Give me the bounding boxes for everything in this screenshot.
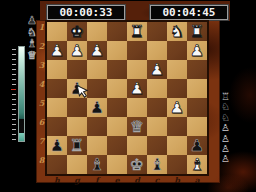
square-d7[interactable] <box>127 136 147 155</box>
eval-tick <box>12 79 16 80</box>
captured-white-knight-icon: ♞ <box>27 27 37 38</box>
square-f2[interactable]: ♟ <box>87 41 107 60</box>
eval-tick <box>12 69 16 70</box>
square-d5[interactable] <box>127 98 147 117</box>
captured-white-bishop-icon: ♝ <box>27 38 37 49</box>
square-b7[interactable] <box>167 136 187 155</box>
eval-tick <box>12 139 16 140</box>
eval-tick <box>12 99 16 100</box>
square-a6[interactable] <box>187 117 207 136</box>
rank-label-8: 8 <box>37 155 46 174</box>
piece-black-king: ♚ <box>130 157 144 173</box>
square-b2[interactable] <box>167 41 187 60</box>
square-f8[interactable]: ♝ <box>87 155 107 174</box>
square-c2[interactable] <box>147 41 167 60</box>
square-g3[interactable] <box>67 60 87 79</box>
square-h8[interactable] <box>47 155 67 174</box>
square-h7[interactable]: ♟ <box>47 136 67 155</box>
eval-tick <box>12 119 16 120</box>
file-label-c: c <box>147 175 167 184</box>
square-a1[interactable]: ♜ <box>187 22 207 41</box>
piece-black-rook: ♜ <box>70 138 84 154</box>
piece-white-rook: ♜ <box>190 24 204 40</box>
eval-tick <box>12 49 16 50</box>
square-g5[interactable] <box>67 98 87 117</box>
square-h2[interactable]: ♟ <box>47 41 67 60</box>
square-b5[interactable]: ♟ <box>167 98 187 117</box>
piece-white-pawn: ♟ <box>170 100 184 116</box>
square-g7[interactable]: ♜ <box>67 136 87 155</box>
square-e3[interactable] <box>107 60 127 79</box>
square-h1[interactable] <box>47 22 67 41</box>
eval-tick <box>12 104 16 105</box>
captured-black-pawn-icon: ♙ <box>221 123 230 133</box>
square-e8[interactable] <box>107 155 127 174</box>
file-label-a: a <box>187 175 207 184</box>
captured-black-knight-icon: ♘ <box>221 102 230 112</box>
file-label-b: b <box>167 175 187 184</box>
square-g2[interactable]: ♟ <box>67 41 87 60</box>
square-h4[interactable] <box>47 79 67 98</box>
square-h3[interactable] <box>47 60 67 79</box>
square-e1[interactable] <box>107 22 127 41</box>
eval-tick <box>12 94 16 95</box>
square-c3[interactable]: ♟ <box>147 60 167 79</box>
square-d1[interactable]: ♜ <box>127 22 147 41</box>
square-g6[interactable] <box>67 117 87 136</box>
piece-white-king: ♚ <box>70 24 84 40</box>
eval-tick <box>11 89 16 90</box>
rank-label-3: 3 <box>37 60 46 79</box>
square-a3[interactable] <box>187 60 207 79</box>
eval-tick <box>12 74 16 75</box>
rank-label-5: 5 <box>37 98 46 117</box>
chess-app-screen: 00:00:33 00:04:45 ♚♜♞♜♟♟♟♟♟♟♟♟♟♛♟♜♟♝♚♝♝ … <box>0 0 256 192</box>
piece-black-bishop: ♝ <box>90 157 104 173</box>
chess-board: ♚♜♞♜♟♟♟♟♟♟♟♟♟♛♟♜♟♝♚♝♝ <box>47 22 207 174</box>
square-c4[interactable] <box>147 79 167 98</box>
square-f7[interactable] <box>87 136 107 155</box>
square-a4[interactable] <box>187 79 207 98</box>
square-e4[interactable] <box>107 79 127 98</box>
file-label-f: f <box>87 175 107 184</box>
rank-label-2: 2 <box>37 41 46 60</box>
piece-black-pawn: ♟ <box>70 81 84 97</box>
square-c5[interactable] <box>147 98 167 117</box>
piece-white-bishop: ♝ <box>190 157 204 173</box>
eval-tick <box>12 54 16 55</box>
square-b8[interactable] <box>167 155 187 174</box>
piece-white-pawn: ♟ <box>190 43 204 59</box>
square-f1[interactable] <box>87 22 107 41</box>
square-a7[interactable]: ♟ <box>187 136 207 155</box>
square-f3[interactable] <box>87 60 107 79</box>
eval-tick <box>12 114 16 115</box>
square-a5[interactable] <box>187 98 207 117</box>
square-d6[interactable]: ♛ <box>127 117 147 136</box>
rank-label-6: 6 <box>37 117 46 136</box>
piece-white-pawn: ♟ <box>130 81 144 97</box>
piece-black-pawn: ♟ <box>90 100 104 116</box>
file-label-d: d <box>127 175 147 184</box>
eval-tick <box>12 134 16 135</box>
rank-label-7: 7 <box>37 136 46 155</box>
rank-label-4: 4 <box>37 79 46 98</box>
square-e6[interactable] <box>107 117 127 136</box>
eval-tick <box>12 84 16 85</box>
square-b6[interactable] <box>167 117 187 136</box>
square-c1[interactable] <box>147 22 167 41</box>
square-h6[interactable] <box>47 117 67 136</box>
square-h5[interactable] <box>47 98 67 117</box>
captured-white-queen-icon: ♛ <box>27 50 37 61</box>
eval-tick <box>12 129 16 130</box>
captured-white-pawn-icon: ♟ <box>27 15 37 26</box>
square-f5[interactable]: ♟ <box>87 98 107 117</box>
square-c7[interactable] <box>147 136 167 155</box>
piece-white-pawn: ♟ <box>70 43 84 59</box>
piece-white-pawn: ♟ <box>150 62 164 78</box>
piece-black-pawn: ♟ <box>190 138 204 154</box>
square-b1[interactable]: ♞ <box>167 22 187 41</box>
piece-black-bishop: ♝ <box>150 157 164 173</box>
square-d4[interactable]: ♟ <box>127 79 147 98</box>
right-clock: 00:04:45 <box>150 5 228 20</box>
piece-white-pawn: ♟ <box>90 43 104 59</box>
square-a2[interactable]: ♟ <box>187 41 207 60</box>
captured-black-pawn-icon: ♙ <box>221 154 230 164</box>
piece-black-pawn: ♟ <box>50 138 64 154</box>
piece-white-knight: ♞ <box>170 24 184 40</box>
piece-white-rook: ♜ <box>130 24 144 40</box>
square-d8[interactable]: ♚ <box>127 155 147 174</box>
left-clock: 00:00:33 <box>47 5 125 20</box>
eval-tick <box>12 64 16 65</box>
square-f6[interactable] <box>87 117 107 136</box>
square-e7[interactable] <box>107 136 127 155</box>
square-g8[interactable] <box>67 155 87 174</box>
square-g4[interactable]: ♟ <box>67 79 87 98</box>
square-c8[interactable]: ♝ <box>147 155 167 174</box>
square-f4[interactable] <box>87 79 107 98</box>
square-a8[interactable]: ♝ <box>187 155 207 174</box>
eval-tick <box>12 124 16 125</box>
piece-white-pawn: ♟ <box>50 43 64 59</box>
file-label-h: h <box>47 175 67 184</box>
piece-black-queen: ♛ <box>130 119 144 135</box>
square-c6[interactable] <box>147 117 167 136</box>
square-d3[interactable] <box>127 60 147 79</box>
square-b4[interactable] <box>167 79 187 98</box>
eval-tick <box>12 109 16 110</box>
file-label-e: e <box>107 175 127 184</box>
rank-label-1: 1 <box>37 22 46 41</box>
square-e2[interactable] <box>107 41 127 60</box>
eval-tick <box>12 59 16 60</box>
eval-bar <box>18 46 25 142</box>
square-b3[interactable] <box>167 60 187 79</box>
file-label-g: g <box>67 175 87 184</box>
square-g1[interactable]: ♚ <box>67 22 87 41</box>
square-d2[interactable] <box>127 41 147 60</box>
square-e5[interactable] <box>107 98 127 117</box>
